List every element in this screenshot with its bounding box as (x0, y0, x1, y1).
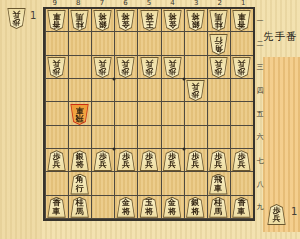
piece-gote-pawn[interactable]: 歩 兵 (116, 57, 135, 78)
piece-kanji: 金 将 (163, 12, 182, 32)
piece-kanji: 金 将 (163, 197, 182, 217)
piece-sente-pawn[interactable]: 歩 兵 (140, 150, 159, 171)
piece-kanji: 銀 将 (186, 197, 205, 217)
piece-kanji: 歩 兵 (163, 150, 182, 170)
piece-kanji: 香 車 (232, 12, 251, 32)
piece-sente-rook[interactable]: 飛 車 (209, 174, 228, 195)
piece-sente-pawn[interactable]: 歩 兵 (93, 150, 112, 171)
file-label: 1 (232, 0, 256, 7)
piece-gote-pawn[interactable]: 歩 兵 (232, 57, 251, 78)
piece-gote-gold[interactable]: 金 将 (116, 10, 135, 31)
piece-kanji: 歩 兵 (232, 150, 251, 170)
piece-sente-lance[interactable]: 香 車 (47, 197, 66, 218)
sente-hand-count: 1 (291, 206, 297, 217)
rank-label: 六 (256, 126, 264, 149)
piece-gote-pawn[interactable]: 歩 兵 (140, 57, 159, 78)
piece-kanji: 歩 兵 (47, 58, 66, 78)
rank-label: 一 (256, 9, 264, 32)
piece-kanji: 金 将 (116, 197, 135, 217)
star-point (113, 78, 116, 81)
piece-kanji: 飛 車 (209, 174, 228, 194)
turn-indicator: 先手番 (263, 30, 298, 44)
piece-kanji: 歩 兵 (47, 150, 66, 170)
file-label: 5 (137, 0, 161, 7)
piece-gote-bishop[interactable]: 角 行 (209, 34, 228, 55)
piece-gote-lance[interactable]: 香 車 (232, 10, 251, 31)
rank-label: 四 (256, 79, 264, 102)
piece-kanji: 歩 兵 (116, 58, 135, 78)
piece-kanji: 銀 将 (70, 150, 89, 170)
piece-kanji: 歩 兵 (209, 58, 228, 78)
piece-sente-bishop[interactable]: 角 行 (70, 174, 89, 195)
piece-kanji: 歩 兵 (116, 150, 135, 170)
piece-kanji: 角 行 (209, 35, 228, 55)
piece-kanji: 玉 将 (140, 197, 159, 217)
file-label: 2 (208, 0, 232, 7)
piece-sente-knight[interactable]: 桂 馬 (209, 197, 228, 218)
rank-label: 七 (256, 149, 264, 172)
piece-kanji: 歩 兵 (140, 58, 159, 78)
file-label: 6 (114, 0, 138, 7)
piece-gote-silver[interactable]: 銀 将 (186, 10, 205, 31)
piece-kanji: 桂 馬 (209, 12, 228, 32)
piece-kanji: 銀 将 (186, 12, 205, 32)
shogi-board[interactable]: 香 車桂 馬銀 将金 将王 将金 将銀 将桂 馬香 車角 行歩 兵歩 兵歩 兵歩… (43, 7, 255, 221)
piece-kanji: 銀 将 (93, 12, 112, 32)
piece-gote-pawn[interactable]: 歩 兵 (163, 57, 182, 78)
piece-kanji: 飛 車 (70, 105, 89, 125)
piece-kanji: 香 車 (232, 197, 251, 217)
piece-kanji: 歩 兵 (232, 58, 251, 78)
piece-sente-gold[interactable]: 金 将 (116, 197, 135, 218)
piece-gote-lance[interactable]: 香 車 (47, 10, 66, 31)
rank-label: 八 (256, 172, 264, 195)
piece-kanji: 歩 兵 (163, 58, 182, 78)
piece-sente-pawn[interactable]: 歩 兵 (116, 150, 135, 171)
piece-kanji: 歩 兵 (209, 150, 228, 170)
piece-kanji: 香 車 (47, 197, 66, 217)
piece-gote-pawn[interactable]: 歩 兵 (186, 80, 205, 101)
piece-sente-gold[interactable]: 金 将 (163, 197, 182, 218)
star-point (182, 78, 185, 81)
piece-gote-silver[interactable]: 銀 将 (93, 10, 112, 31)
file-label: 9 (43, 0, 67, 7)
piece-gote-knight[interactable]: 桂 馬 (70, 10, 89, 31)
piece-sente-silver[interactable]: 銀 将 (70, 150, 89, 171)
piece-sente-lance[interactable]: 香 車 (232, 197, 251, 218)
shogi-app-window: 987654321 一二三四五六七八九 先手番 香 車桂 馬銀 将金 将王 将金… (0, 0, 300, 239)
gote-hand-count: 1 (30, 10, 36, 21)
rank-label: 三 (256, 56, 264, 79)
piece-kanji: 歩 兵 (186, 150, 205, 170)
piece-sente-pawn[interactable]: 歩 兵 (209, 150, 228, 171)
piece-kanji: 歩 兵 (93, 150, 112, 170)
gote-captured-tray[interactable] (0, 0, 40, 239)
piece-sente-pawn[interactable]: 歩 兵 (163, 150, 182, 171)
star-point (113, 148, 116, 151)
piece-kanji: 王 将 (140, 12, 159, 32)
piece-kanji: 歩 兵 (186, 82, 205, 102)
piece-gote-gold[interactable]: 金 将 (163, 10, 182, 31)
piece-kanji: 金 将 (116, 12, 135, 32)
piece-sente-silver[interactable]: 銀 将 (186, 197, 205, 218)
piece-kanji: 歩 兵 (93, 58, 112, 78)
piece-gote-pawn[interactable]: 歩 兵 (93, 57, 112, 78)
piece-sente-pawn[interactable]: 歩 兵 (232, 150, 251, 171)
rank-label: 九 (256, 196, 264, 219)
piece-sente-king[interactable]: 玉 将 (140, 197, 159, 218)
piece-gote-pawn[interactable]: 歩 兵 (209, 57, 228, 78)
piece-kanji: 香 車 (47, 12, 66, 32)
piece-gote-pawn[interactable]: 歩 兵 (47, 57, 66, 78)
piece-kanji: 桂 馬 (209, 197, 228, 217)
piece-gote-rook[interactable]: 飛 車 (70, 104, 89, 125)
piece-kanji: 桂 馬 (70, 197, 89, 217)
file-label: 4 (161, 0, 185, 7)
file-label: 8 (67, 0, 91, 7)
file-coordinate-labels: 987654321 (43, 0, 255, 7)
piece-gote-knight[interactable]: 桂 馬 (209, 10, 228, 31)
piece-sente-pawn[interactable]: 歩 兵 (186, 150, 205, 171)
piece-kanji: 歩 兵 (140, 150, 159, 170)
file-label: 7 (90, 0, 114, 7)
rank-label: 五 (256, 102, 264, 125)
piece-sente-knight[interactable]: 桂 馬 (70, 197, 89, 218)
star-point (182, 148, 185, 151)
piece-sente-pawn[interactable]: 歩 兵 (47, 150, 66, 171)
file-label: 3 (184, 0, 208, 7)
piece-gote-king[interactable]: 王 将 (140, 10, 159, 31)
piece-kanji: 角 行 (70, 174, 89, 194)
piece-kanji: 桂 馬 (70, 12, 89, 32)
